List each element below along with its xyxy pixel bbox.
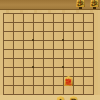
- board-square[interactable]: [74, 77, 83, 85]
- board-square[interactable]: [34, 77, 43, 85]
- board-square[interactable]: [34, 68, 43, 76]
- board-square[interactable]: [64, 86, 73, 94]
- board-square[interactable]: [14, 32, 23, 40]
- star-point: [32, 39, 34, 41]
- board-square[interactable]: [44, 59, 53, 67]
- board-square[interactable]: [54, 77, 63, 85]
- board-square[interactable]: [4, 23, 13, 31]
- board-square[interactable]: [44, 86, 53, 94]
- piece-kanji: 歩: [77, 0, 83, 7]
- board-square[interactable]: [44, 50, 53, 58]
- shogi-piece[interactable]: 歩: [90, 0, 99, 7]
- board-square[interactable]: [14, 23, 23, 31]
- piece-kanji: 金: [57, 99, 63, 100]
- board-square[interactable]: [14, 50, 23, 58]
- piece-kanji: 歩: [91, 0, 97, 7]
- board-square[interactable]: [84, 32, 93, 40]
- board-square[interactable]: [84, 14, 93, 22]
- board-square[interactable]: [74, 86, 83, 94]
- board-square[interactable]: [64, 23, 73, 31]
- board-square[interactable]: [84, 68, 93, 76]
- board-square[interactable]: [4, 59, 13, 67]
- board-square[interactable]: [34, 86, 43, 94]
- shogi-piece[interactable]: 龍: [64, 76, 73, 86]
- board-square[interactable]: [4, 50, 13, 58]
- board-square[interactable]: [84, 23, 93, 31]
- hand-piece-count: [79, 7, 82, 9]
- star-point: [62, 66, 64, 68]
- board-square[interactable]: [14, 41, 23, 49]
- board-square[interactable]: [84, 86, 93, 94]
- board-square[interactable]: [54, 41, 63, 49]
- board-square[interactable]: [44, 14, 53, 22]
- star-point: [32, 66, 34, 68]
- shogi-piece[interactable]: 金: [56, 96, 65, 100]
- board-square[interactable]: [34, 41, 43, 49]
- board-square[interactable]: [84, 50, 93, 58]
- board-square[interactable]: [54, 14, 63, 22]
- board-square[interactable]: [4, 77, 13, 85]
- board-square[interactable]: [64, 32, 73, 40]
- board-square[interactable]: [34, 14, 43, 22]
- piece-kanji: 飛: [70, 99, 76, 100]
- board-square[interactable]: [24, 86, 33, 94]
- board-square[interactable]: [74, 41, 83, 49]
- board-square[interactable]: [24, 77, 33, 85]
- board-square[interactable]: [34, 23, 43, 31]
- board-square[interactable]: [44, 32, 53, 40]
- board-square[interactable]: [54, 86, 63, 94]
- board-square[interactable]: [44, 23, 53, 31]
- shogi-board: [3, 13, 94, 95]
- star-point: [62, 39, 64, 41]
- board-square[interactable]: [64, 41, 73, 49]
- piece-kanji: 龍: [65, 79, 71, 86]
- board-square[interactable]: [4, 68, 13, 76]
- board-square[interactable]: [14, 68, 23, 76]
- board-square[interactable]: [44, 77, 53, 85]
- board-square[interactable]: [34, 59, 43, 67]
- board-square[interactable]: [74, 50, 83, 58]
- board-square[interactable]: [74, 59, 83, 67]
- board-square[interactable]: [54, 23, 63, 31]
- board-square[interactable]: [84, 59, 93, 67]
- gote-hand-tray: 歩歩: [0, 0, 100, 10]
- board-square[interactable]: [84, 41, 93, 49]
- shogi-app-screen: 龍 歩歩 金飛: [0, 0, 100, 100]
- board-square[interactable]: [4, 41, 13, 49]
- shogi-piece[interactable]: 飛: [69, 96, 78, 100]
- hand-piece-count: [93, 7, 96, 9]
- board-square[interactable]: [74, 14, 83, 22]
- board-square[interactable]: [64, 14, 73, 22]
- board-square[interactable]: [64, 50, 73, 58]
- board-square[interactable]: [54, 68, 63, 76]
- board-square[interactable]: [14, 77, 23, 85]
- board-square[interactable]: [34, 50, 43, 58]
- board-square[interactable]: [4, 32, 13, 40]
- shogi-piece[interactable]: 歩: [76, 0, 85, 7]
- board-square[interactable]: [54, 50, 63, 58]
- board-square[interactable]: [34, 32, 43, 40]
- board-square[interactable]: [74, 68, 83, 76]
- board-square[interactable]: [44, 41, 53, 49]
- board-square[interactable]: [74, 32, 83, 40]
- board-square[interactable]: [24, 23, 33, 31]
- board-square[interactable]: [84, 77, 93, 85]
- board-square[interactable]: [64, 59, 73, 67]
- board-square[interactable]: [44, 68, 53, 76]
- board-square[interactable]: [24, 14, 33, 22]
- board-square[interactable]: [14, 86, 23, 94]
- board-square[interactable]: [14, 59, 23, 67]
- board-square[interactable]: [4, 86, 13, 94]
- board-square[interactable]: [64, 68, 73, 76]
- sente-hand-tray: 金飛: [0, 95, 100, 100]
- board-square[interactable]: [4, 14, 13, 22]
- board-square[interactable]: [14, 14, 23, 22]
- board-square[interactable]: [24, 68, 33, 76]
- board-square[interactable]: [74, 23, 83, 31]
- board-square[interactable]: [24, 50, 33, 58]
- board-square[interactable]: [24, 41, 33, 49]
